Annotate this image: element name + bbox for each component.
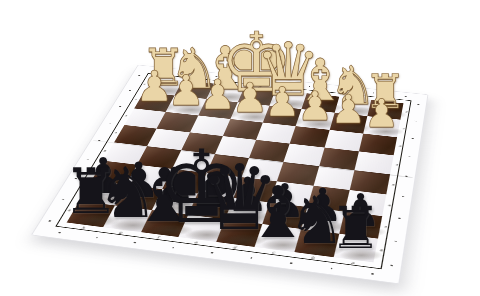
white-pawn-e2[interactable]: ♟ bbox=[231, 79, 268, 118]
white-pawn-d2[interactable]: ♟ bbox=[264, 83, 300, 122]
black-rook-a8[interactable]: ♜ bbox=[330, 201, 382, 256]
pieces-layer: ♜♞♝♛♚♝♞♜♟♟♟♟♟♟♟♟♟♟♟♟♟♟♟♟♜♞♝♛♚♝♞♜ bbox=[0, 0, 480, 296]
chess-set-product-photo: hgfedcba hgfedcba 12345678 12345678 ♜♞♝♛… bbox=[0, 0, 480, 296]
white-pawn-b2[interactable]: ♟ bbox=[330, 91, 366, 129]
white-pawn-c2[interactable]: ♟ bbox=[297, 87, 333, 125]
white-pawn-a2[interactable]: ♟ bbox=[364, 95, 399, 132]
